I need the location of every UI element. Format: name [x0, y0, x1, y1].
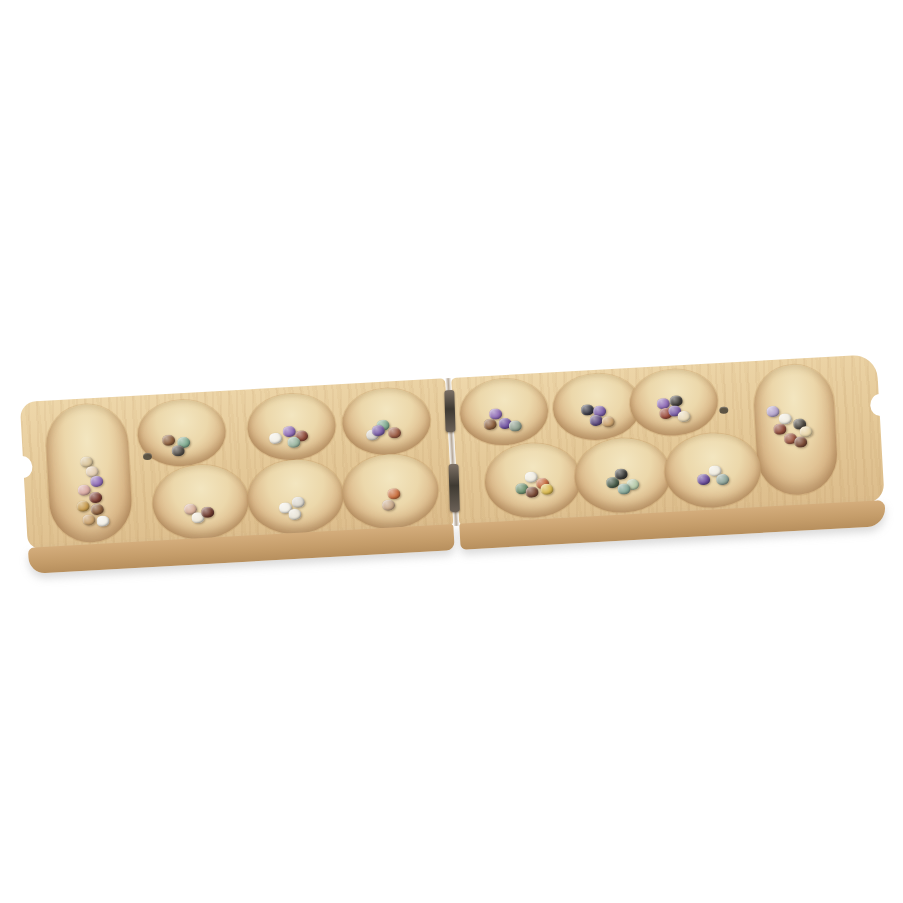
- gem-stone: [96, 515, 110, 527]
- gem-stone: [90, 503, 104, 515]
- finger-notch-right: [870, 394, 891, 417]
- gem-stone: [76, 500, 90, 512]
- pit-top-2[interactable]: [246, 392, 338, 463]
- pit-bottom-4[interactable]: [483, 441, 583, 520]
- gem-stone: [773, 423, 787, 435]
- gem-stone: [291, 496, 305, 508]
- gem-stone: [677, 410, 691, 422]
- gem-stone: [696, 473, 710, 485]
- gem-stone: [715, 473, 729, 485]
- gem-stone: [580, 404, 594, 416]
- gem-stone: [171, 444, 185, 456]
- gem-stone: [161, 434, 175, 446]
- board-right-half: [451, 354, 886, 554]
- gem-stone: [617, 483, 631, 495]
- gem-stone: [268, 432, 282, 444]
- gem-stone: [200, 506, 214, 518]
- gem-stone: [793, 436, 807, 448]
- pit-top-4[interactable]: [458, 377, 550, 448]
- gem-stone: [799, 425, 813, 437]
- board-left-face: [20, 378, 454, 550]
- gem-stone: [77, 484, 91, 496]
- gem-stone: [287, 436, 301, 448]
- store-right: [752, 363, 839, 497]
- pit-top-5[interactable]: [551, 371, 643, 442]
- magnet-dot-left: [143, 453, 152, 460]
- gem-stone: [381, 499, 395, 511]
- gem-stone: [282, 425, 296, 437]
- board-right-face: [451, 354, 885, 526]
- gem-stone: [288, 508, 302, 520]
- pit-top-3[interactable]: [341, 386, 433, 457]
- pit-bottom-6[interactable]: [663, 431, 763, 510]
- photo-background: [0, 0, 903, 903]
- pit-bottom-3[interactable]: [340, 452, 440, 531]
- hinge-top-icon: [444, 390, 455, 432]
- pit-top-6[interactable]: [628, 367, 720, 438]
- gem-stone: [508, 420, 522, 432]
- gem-stone: [778, 413, 792, 425]
- gem-stone: [387, 426, 401, 438]
- gem-stone: [88, 491, 102, 503]
- pit-bottom-5[interactable]: [573, 436, 673, 515]
- gem-stone: [540, 483, 554, 495]
- hinge-bottom-icon: [449, 464, 460, 512]
- gem-stone: [387, 488, 401, 500]
- mancala-board: [20, 354, 886, 578]
- gem-stone: [371, 424, 385, 436]
- gem-stone: [601, 415, 615, 427]
- gem-stone: [766, 405, 780, 417]
- magnet-dot-right: [719, 407, 728, 414]
- board-left-half: [20, 378, 455, 578]
- store-left: [44, 402, 134, 544]
- pit-bottom-1[interactable]: [151, 463, 251, 542]
- gem-stone: [488, 408, 502, 420]
- gem-stone: [82, 514, 96, 526]
- gem-stone: [483, 418, 497, 430]
- gem-stone: [89, 475, 103, 487]
- gem-stone: [525, 486, 539, 498]
- pit-bottom-2[interactable]: [245, 457, 345, 536]
- gem-stone: [589, 414, 603, 426]
